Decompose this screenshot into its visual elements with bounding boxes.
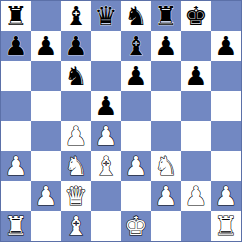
piece-white-pawn: ♟: [124, 153, 147, 179]
piece-white-rook: ♜: [214, 213, 237, 239]
piece-black-pawn: ♟: [214, 33, 237, 59]
square-h1[interactable]: ♜: [211, 211, 241, 241]
square-a8[interactable]: ♜: [1, 1, 31, 31]
square-h4[interactable]: [211, 121, 241, 151]
square-g4[interactable]: [181, 121, 211, 151]
square-f8[interactable]: ♜: [151, 1, 181, 31]
piece-black-pawn: ♟: [94, 93, 117, 119]
square-b1[interactable]: [31, 211, 61, 241]
square-h3[interactable]: [211, 151, 241, 181]
square-e6[interactable]: ♟: [121, 61, 151, 91]
piece-white-pawn: ♟: [64, 123, 87, 149]
piece-white-knight: ♞: [154, 153, 177, 179]
piece-white-pawn: ♟: [184, 183, 207, 209]
square-c4[interactable]: ♟: [61, 121, 91, 151]
square-c5[interactable]: [61, 91, 91, 121]
piece-white-knight: ♞: [64, 153, 87, 179]
square-b4[interactable]: [31, 121, 61, 151]
square-a3[interactable]: ♟: [1, 151, 31, 181]
square-a1[interactable]: ♜: [1, 211, 31, 241]
square-f4[interactable]: [151, 121, 181, 151]
piece-white-bishop: ♝: [94, 153, 117, 179]
square-d3[interactable]: ♝: [91, 151, 121, 181]
square-f5[interactable]: [151, 91, 181, 121]
square-e1[interactable]: ♚: [121, 211, 151, 241]
square-e4[interactable]: [121, 121, 151, 151]
square-f3[interactable]: ♞: [151, 151, 181, 181]
piece-white-pawn: ♟: [4, 153, 27, 179]
square-f1[interactable]: [151, 211, 181, 241]
square-d5[interactable]: ♟: [91, 91, 121, 121]
square-b2[interactable]: ♟: [31, 181, 61, 211]
piece-white-bishop: ♝: [64, 213, 87, 239]
piece-black-pawn: ♟: [4, 33, 27, 59]
square-d6[interactable]: [91, 61, 121, 91]
piece-black-pawn: ♟: [124, 63, 147, 89]
square-c2[interactable]: ♛: [61, 181, 91, 211]
piece-black-pawn: ♟: [154, 33, 177, 59]
piece-white-queen: ♛: [64, 183, 87, 209]
square-g5[interactable]: [181, 91, 211, 121]
square-d8[interactable]: ♛: [91, 1, 121, 31]
square-d4[interactable]: ♟: [91, 121, 121, 151]
square-a5[interactable]: [1, 91, 31, 121]
square-g2[interactable]: ♟: [181, 181, 211, 211]
piece-white-pawn: ♟: [94, 123, 117, 149]
square-e3[interactable]: ♟: [121, 151, 151, 181]
square-c7[interactable]: ♟: [61, 31, 91, 61]
square-d7[interactable]: [91, 31, 121, 61]
piece-black-knight: ♞: [124, 3, 147, 29]
piece-black-pawn: ♟: [184, 63, 207, 89]
piece-white-pawn: ♟: [214, 183, 237, 209]
square-h5[interactable]: [211, 91, 241, 121]
square-g8[interactable]: ♚: [181, 1, 211, 31]
square-g1[interactable]: [181, 211, 211, 241]
piece-black-bishop: ♝: [64, 3, 87, 29]
square-d2[interactable]: [91, 181, 121, 211]
square-h8[interactable]: [211, 1, 241, 31]
square-e8[interactable]: ♞: [121, 1, 151, 31]
square-c3[interactable]: ♞: [61, 151, 91, 181]
square-e7[interactable]: ♝: [121, 31, 151, 61]
piece-black-queen: ♛: [94, 3, 117, 29]
square-f6[interactable]: [151, 61, 181, 91]
piece-black-knight: ♞: [64, 63, 87, 89]
square-a7[interactable]: ♟: [1, 31, 31, 61]
square-b5[interactable]: [31, 91, 61, 121]
square-d1[interactable]: [91, 211, 121, 241]
piece-white-rook: ♜: [4, 213, 27, 239]
piece-white-pawn: ♟: [34, 183, 57, 209]
piece-black-pawn: ♟: [64, 33, 87, 59]
square-g3[interactable]: [181, 151, 211, 181]
piece-black-rook: ♜: [154, 3, 177, 29]
square-g6[interactable]: ♟: [181, 61, 211, 91]
square-h7[interactable]: ♟: [211, 31, 241, 61]
piece-black-bishop: ♝: [124, 33, 147, 59]
square-a4[interactable]: [1, 121, 31, 151]
piece-black-rook: ♜: [4, 3, 27, 29]
square-c8[interactable]: ♝: [61, 1, 91, 31]
square-a2[interactable]: [1, 181, 31, 211]
square-g7[interactable]: [181, 31, 211, 61]
square-e2[interactable]: [121, 181, 151, 211]
square-a6[interactable]: [1, 61, 31, 91]
piece-white-king: ♚: [124, 213, 147, 239]
square-b3[interactable]: [31, 151, 61, 181]
square-h6[interactable]: [211, 61, 241, 91]
piece-white-pawn: ♟: [154, 183, 177, 209]
square-c1[interactable]: ♝: [61, 211, 91, 241]
square-e5[interactable]: [121, 91, 151, 121]
square-b6[interactable]: [31, 61, 61, 91]
square-b7[interactable]: ♟: [31, 31, 61, 61]
square-h2[interactable]: ♟: [211, 181, 241, 211]
square-f7[interactable]: ♟: [151, 31, 181, 61]
square-c6[interactable]: ♞: [61, 61, 91, 91]
square-b8[interactable]: [31, 1, 61, 31]
chess-board: ♜♝♛♞♜♚♟♟♟♝♟♟♞♟♟♟♟♟♟♞♝♟♞♟♛♟♟♟♜♝♚♜: [0, 0, 242, 242]
piece-black-pawn: ♟: [34, 33, 57, 59]
piece-black-king: ♚: [184, 3, 207, 29]
square-f2[interactable]: ♟: [151, 181, 181, 211]
